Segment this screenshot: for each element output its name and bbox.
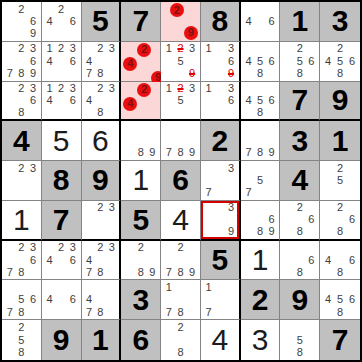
cell-r8c9[interactable]: 4568 (320, 280, 360, 320)
cell-r6c6[interactable]: 39 (201, 201, 241, 241)
cell-r8c4[interactable]: 3 (121, 280, 161, 320)
candidate-grid: 23478 (82, 42, 120, 81)
cell-r5c8[interactable]: 4 (280, 161, 320, 201)
cell-r5c4[interactable]: 1 (121, 161, 161, 201)
candidate-mark: 2 (135, 242, 147, 254)
given-digit: 1 (92, 325, 109, 355)
candidate-mark: 8 (294, 67, 306, 79)
candidate-mark: 8 (334, 67, 346, 79)
given-digit: 3 (291, 126, 308, 156)
candidate-mark: 9 (27, 67, 39, 79)
cell-r3c6[interactable]: 136 (201, 82, 241, 122)
candidate-mark: 2 (55, 3, 67, 15)
candidate-grid: 236789 (2, 42, 41, 81)
candidate-mark: 1 (163, 43, 175, 55)
candidate-grid: 46 (241, 2, 280, 41)
cell-r2c5[interactable]: 13529 (161, 42, 201, 82)
candidate-mark: 8 (254, 106, 266, 118)
cell-r6c7[interactable]: 689 (241, 201, 281, 241)
candidate-mark: 9 (147, 147, 159, 159)
candidate-mark: 9 (266, 147, 278, 159)
candidate-mark: 6 (346, 55, 358, 67)
candidate-grid: 5678 (2, 280, 41, 319)
candidate-mark: 3 (27, 43, 39, 55)
candidate-grid: 89 (121, 121, 160, 160)
candidate-mark: 4 (44, 55, 56, 67)
candidate-grid: 136 (201, 82, 239, 120)
cell-r3c7[interactable]: 4568 (241, 82, 281, 122)
highlighted-candidate: 9 (184, 26, 198, 40)
candidate-mark: 1 (203, 83, 214, 95)
candidate-mark: 1 (203, 43, 214, 55)
candidate-mark: 6 (266, 55, 278, 67)
cell-r8c6[interactable]: 17 (201, 280, 241, 320)
candidate-mark: 4 (44, 294, 56, 306)
cell-r6c9[interactable]: 268 (320, 201, 360, 241)
candidate-mark: 4 (322, 254, 334, 266)
given-digit: 7 (291, 85, 308, 115)
candidate-mark: 3 (225, 83, 236, 95)
cell-r2c8[interactable]: 2568 (280, 42, 320, 82)
candidate-grid: 246 (42, 2, 81, 41)
candidate-mark: 7 (243, 187, 255, 199)
candidate-mark: 8 (175, 266, 187, 278)
cell-r4c4[interactable]: 89 (121, 121, 161, 161)
candidate-grid: 468 (320, 241, 360, 280)
given-digit: 5 (211, 245, 228, 275)
candidate-mark: 5 (16, 294, 28, 306)
user-digit: 4 (172, 205, 189, 235)
cell-r9c7[interactable]: 3 (241, 320, 281, 360)
candidate-mark: 6 (346, 294, 358, 306)
candidate-grid: 12346 (42, 42, 81, 81)
candidate-mark: 4 (322, 55, 334, 67)
candidate-grid: 789 (241, 121, 280, 160)
candidate-mark: 5 (254, 55, 266, 67)
cell-r2c2[interactable]: 12346 (42, 42, 82, 82)
candidate-mark: 8 (135, 266, 147, 278)
cell-r4c3[interactable]: 6 (82, 121, 122, 161)
cell-r9c2[interactable]: 9 (42, 320, 82, 360)
candidate-mark: 4 (84, 294, 95, 306)
candidate-mark: 2 (95, 43, 106, 55)
candidate-mark: 3 (67, 242, 79, 254)
candidate-mark: 3 (186, 43, 198, 55)
candidate-grid: 46 (42, 280, 81, 319)
cell-r6c2[interactable]: 7 (42, 201, 82, 241)
candidate-mark: 9 (266, 226, 278, 238)
cell-r7c9[interactable]: 468 (320, 241, 360, 281)
candidate-mark: 8 (95, 306, 106, 318)
cell-r1c6[interactable]: 8 (201, 2, 241, 42)
candidate-mark: 7 (243, 147, 255, 159)
candidate-mark: 8 (175, 147, 187, 159)
candidate-mark: 8 (16, 67, 28, 79)
given-digit: 9 (332, 85, 349, 115)
candidate-mark: 6 (27, 94, 39, 106)
cell-r7c4[interactable]: 289 (121, 241, 161, 281)
cell-r6c4[interactable]: 5 (121, 201, 161, 241)
candidate-mark: 8 (175, 306, 187, 318)
given-digit: 6 (132, 325, 149, 355)
given-digit: 4 (291, 165, 308, 195)
candidate-mark: 7 (203, 306, 214, 318)
cell-r5c7[interactable]: 57 (241, 161, 281, 201)
candidate-mark: 3 (225, 162, 236, 174)
candidate-grid: 12346 (42, 82, 81, 120)
candidate-mark: 2 (95, 202, 106, 214)
cell-r1c5[interactable]: 29 (161, 2, 201, 42)
cell-r3c3[interactable]: 2348 (82, 82, 122, 122)
candidate-mark: 2 (95, 242, 106, 254)
candidate-mark: 8 (294, 346, 306, 359)
candidate-grid: 39 (201, 201, 239, 239)
eliminated-candidate: 2 (175, 83, 187, 95)
candidate-mark: 6 (67, 254, 79, 266)
candidate-mark: 8 (95, 67, 106, 79)
highlighted-candidate: 2 (137, 83, 151, 97)
candidate-mark: 4 (243, 94, 255, 106)
candidate-mark: 2 (294, 43, 306, 55)
candidate-mark: 2 (55, 43, 67, 55)
candidate-mark: 6 (306, 55, 318, 67)
candidate-mark: 1 (203, 281, 214, 293)
candidate-grid: 23678 (2, 241, 41, 280)
user-digit: 1 (252, 245, 269, 275)
candidate-mark: 6 (27, 254, 39, 266)
cell-r5c6[interactable]: 37 (201, 161, 241, 201)
cell-r7c2[interactable]: 2346 (42, 241, 82, 281)
candidate-mark: 5 (175, 94, 187, 106)
candidate-mark: 3 (225, 202, 236, 214)
given-digit: 9 (53, 325, 70, 355)
candidate-mark: 4 (84, 55, 95, 67)
candidate-mark: 4 (322, 294, 334, 306)
candidate-mark: 9 (27, 28, 39, 40)
candidate-mark: 2 (294, 202, 306, 214)
cell-r7c3[interactable]: 23478 (82, 241, 122, 281)
cell-r8c7[interactable]: 2 (241, 280, 281, 320)
highlighted-candidate: 4 (123, 57, 137, 71)
given-digit: 9 (291, 285, 308, 315)
cell-r9c5[interactable]: 28 (161, 320, 201, 360)
cell-r2c3[interactable]: 23478 (82, 42, 122, 82)
user-digit: 3 (252, 325, 269, 355)
user-digit: 1 (13, 205, 30, 235)
candidate-mark: 7 (4, 306, 16, 318)
candidate-mark: 8 (294, 266, 306, 278)
candidate-grid: 13529 (161, 42, 200, 81)
candidate-grid: 2346 (42, 241, 81, 280)
cell-r4c1[interactable]: 4 (2, 121, 42, 161)
candidate-mark: 3 (186, 83, 198, 95)
candidate-grid: 689 (241, 201, 280, 239)
candidate-mark: 1 (163, 281, 175, 293)
given-digit: 3 (332, 6, 349, 36)
candidate-mark: 2 (16, 321, 28, 334)
candidate-grid: 268 (280, 201, 319, 239)
highlighted-candidate: 4 (123, 97, 137, 111)
candidate-mark: 5 (294, 334, 306, 347)
candidate-mark: 1 (44, 43, 56, 55)
candidate-mark: 7 (4, 67, 16, 79)
candidate-mark: 6 (225, 55, 236, 67)
candidate-mark: 6 (67, 55, 79, 67)
candidate-mark: 3 (67, 43, 79, 55)
candidate-mark: 8 (294, 226, 306, 238)
candidate-grid: 17 (201, 280, 239, 319)
cell-r1c2[interactable]: 246 (42, 2, 82, 42)
given-digit: 1 (291, 6, 308, 36)
candidate-mark: 3 (27, 83, 39, 95)
candidate-grid: 29 (161, 2, 200, 41)
candidate-grid: 2789 (161, 241, 200, 280)
candidate-mark: 4 (44, 94, 56, 106)
candidate-mark: 1 (163, 83, 175, 95)
cell-r2c4[interactable]: 249 (121, 42, 161, 82)
cell-r2c9[interactable]: 24568 (320, 42, 360, 82)
cell-r9c3[interactable]: 1 (82, 320, 122, 360)
candidate-grid: 789 (161, 121, 200, 160)
highlighted-candidate: 2 (170, 3, 184, 17)
candidate-grid: 4568 (241, 42, 280, 81)
candidate-mark: 3 (106, 202, 117, 214)
given-digit: 3 (132, 285, 149, 315)
given-digit: 6 (172, 165, 189, 195)
candidate-mark: 7 (84, 266, 95, 278)
candidate-mark: 4 (84, 254, 95, 266)
candidate-mark: 6 (27, 15, 39, 27)
candidate-mark: 6 (67, 294, 79, 306)
cell-r7c1[interactable]: 23678 (2, 241, 42, 281)
given-digit: 1 (332, 126, 349, 156)
candidate-grid: 2368 (2, 82, 41, 120)
candidate-mark: 4 (243, 55, 255, 67)
candidate-mark: 2 (16, 83, 28, 95)
candidate-mark: 8 (135, 147, 147, 159)
cell-r8c2[interactable]: 46 (42, 280, 82, 320)
cell-r9c9[interactable]: 7 (320, 320, 360, 360)
cell-r7c8[interactable]: 68 (280, 241, 320, 281)
cell-r3c1[interactable]: 2368 (2, 82, 42, 122)
eliminated-candidate: 9 (186, 67, 198, 79)
cell-r4c7[interactable]: 789 (241, 121, 281, 161)
cell-r7c6[interactable]: 5 (201, 241, 241, 281)
user-digit: 5 (53, 126, 70, 156)
candidate-grid: 289 (121, 241, 160, 280)
candidate-mark: 2 (95, 83, 106, 95)
candidate-grid: 4568 (241, 82, 280, 120)
sudoku-board: 2692465729846132367891234623478249135291… (0, 0, 362, 362)
cell-r3c5[interactable]: 1352 (161, 82, 201, 122)
candidate-mark: 7 (163, 306, 175, 318)
cell-r6c1[interactable]: 1 (2, 201, 42, 241)
candidate-mark: 5 (334, 174, 346, 186)
given-digit: 7 (332, 325, 349, 355)
candidate-mark: 3 (27, 162, 39, 174)
cell-r6c3[interactable]: 23 (82, 201, 122, 241)
candidate-mark: 9 (186, 147, 198, 159)
eliminated-candidate: 2 (175, 43, 187, 55)
candidate-mark: 9 (147, 266, 159, 278)
cell-r1c7[interactable]: 46 (241, 2, 281, 42)
cell-r4c8[interactable]: 3 (280, 121, 320, 161)
candidate-grid: 4568 (320, 280, 360, 319)
cell-r4c5[interactable]: 789 (161, 121, 201, 161)
candidate-mark: 7 (84, 306, 95, 318)
cell-r8c3[interactable]: 478 (82, 280, 122, 320)
candidate-mark: 2 (175, 321, 187, 334)
cell-r5c1[interactable]: 23 (2, 161, 42, 201)
candidate-grid: 24568 (320, 42, 360, 81)
candidate-mark: 7 (4, 266, 16, 278)
candidate-mark: 2 (16, 43, 28, 55)
given-digit: 2 (252, 285, 269, 315)
candidate-mark: 4 (84, 94, 95, 106)
cell-r5c5[interactable]: 6 (161, 161, 201, 201)
given-digit: 2 (211, 126, 228, 156)
candidate-mark: 1 (44, 83, 56, 95)
candidate-mark: 6 (67, 15, 79, 27)
candidate-mark: 2 (55, 83, 67, 95)
cell-r9c1[interactable]: 258 (2, 320, 42, 360)
cell-r2c1[interactable]: 236789 (2, 42, 42, 82)
candidate-grid: 258 (2, 320, 41, 360)
candidate-mark: 2 (55, 242, 67, 254)
cell-r8c5[interactable]: 178 (161, 280, 201, 320)
cell-r2c7[interactable]: 4568 (241, 42, 281, 82)
cell-r1c1[interactable]: 269 (2, 2, 42, 42)
cell-r9c4[interactable]: 6 (121, 320, 161, 360)
user-digit: 4 (211, 325, 228, 355)
candidate-mark: 4 (44, 254, 56, 266)
sudoku-app: 2692465729846132367891234623478249135291… (0, 0, 362, 362)
cell-r7c5[interactable]: 2789 (161, 241, 201, 281)
candidate-grid: 37 (201, 161, 239, 200)
candidate-mark: 8 (16, 266, 28, 278)
candidate-mark: 2 (16, 3, 28, 15)
candidate-mark: 6 (27, 55, 39, 67)
cell-r6c8[interactable]: 268 (280, 201, 320, 241)
candidate-mark: 8 (254, 226, 266, 238)
candidate-mark: 5 (334, 294, 346, 306)
candidate-mark: 7 (203, 187, 214, 199)
candidate-mark: 8 (16, 306, 28, 318)
candidate-grid: 23 (82, 201, 120, 239)
cell-r3c9[interactable]: 9 (320, 82, 360, 122)
given-digit: 9 (92, 165, 109, 195)
cell-r1c9[interactable]: 3 (320, 2, 360, 42)
candidate-grid: 1352 (161, 82, 200, 120)
candidate-grid: 2568 (280, 42, 319, 81)
cell-r7c7[interactable]: 1 (241, 241, 281, 281)
cell-r4c9[interactable]: 1 (320, 121, 360, 161)
candidate-grid: 23478 (82, 241, 120, 280)
candidate-mark: 4 (44, 15, 56, 27)
candidate-grid: 24 (121, 82, 160, 120)
cell-r5c2[interactable]: 8 (42, 161, 82, 201)
candidate-mark: 9 (186, 266, 198, 278)
candidate-mark: 3 (106, 43, 117, 55)
candidate-mark: 6 (27, 294, 39, 306)
cell-r3c2[interactable]: 12346 (42, 82, 82, 122)
cell-r5c3[interactable]: 9 (82, 161, 122, 201)
candidate-grid: 178 (161, 280, 200, 319)
cell-r6c5[interactable]: 4 (161, 201, 201, 241)
candidate-grid: 268 (320, 201, 360, 239)
cell-r1c8[interactable]: 1 (280, 2, 320, 42)
candidate-mark: 6 (306, 254, 318, 266)
candidate-mark: 2 (16, 162, 28, 174)
candidate-mark: 5 (254, 174, 266, 186)
given-digit: 8 (211, 6, 228, 36)
candidate-mark: 7 (163, 266, 175, 278)
candidate-mark: 8 (334, 306, 346, 318)
candidate-mark: 6 (266, 94, 278, 106)
candidate-mark: 7 (84, 67, 95, 79)
candidate-mark: 6 (346, 254, 358, 266)
given-digit: 7 (53, 205, 70, 235)
candidate-mark: 7 (163, 147, 175, 159)
candidate-mark: 5 (254, 94, 266, 106)
candidate-mark: 8 (95, 266, 106, 278)
cell-r9c8[interactable]: 58 (280, 320, 320, 360)
cell-r5c9[interactable]: 25 (320, 161, 360, 201)
given-digit: 5 (132, 205, 149, 235)
cell-r8c1[interactable]: 5678 (2, 280, 42, 320)
cell-r3c8[interactable]: 7 (280, 82, 320, 122)
candidate-mark: 8 (16, 106, 28, 118)
candidate-mark: 5 (334, 55, 346, 67)
candidate-mark: 3 (67, 83, 79, 95)
cell-r4c2[interactable]: 5 (42, 121, 82, 161)
cell-r1c4[interactable]: 7 (121, 2, 161, 42)
candidate-mark: 2 (175, 242, 187, 254)
candidate-mark: 6 (346, 214, 358, 226)
candidate-grid: 68 (280, 241, 319, 280)
candidate-mark: 8 (16, 346, 28, 359)
candidate-mark: 6 (67, 94, 79, 106)
cell-r9c6[interactable]: 4 (201, 320, 241, 360)
candidate-mark: 5 (175, 55, 187, 67)
candidate-mark: 8 (95, 106, 106, 118)
candidate-mark: 2 (334, 162, 346, 174)
candidate-grid: 28 (161, 320, 200, 360)
candidate-mark: 3 (225, 43, 236, 55)
candidate-grid: 58 (280, 320, 319, 360)
highlighted-candidate: 2 (137, 43, 151, 57)
cell-r8c8[interactable]: 9 (280, 280, 320, 320)
candidate-grid: 2348 (82, 82, 120, 120)
cell-r2c6[interactable]: 1369 (201, 42, 241, 82)
candidate-grid: 25 (320, 161, 360, 200)
cell-r3c4[interactable]: 24 (121, 82, 161, 122)
candidate-mark: 8 (334, 226, 346, 238)
candidate-grid: 249 (121, 42, 160, 81)
candidate-grid: 23 (2, 161, 41, 200)
candidate-grid: 478 (82, 280, 120, 319)
candidate-grid: 57 (241, 161, 280, 200)
candidate-mark: 6 (266, 15, 278, 27)
candidate-mark: 6 (266, 214, 278, 226)
candidate-mark: 6 (225, 94, 236, 106)
given-digit: 4 (13, 126, 30, 156)
candidate-mark: 2 (334, 43, 346, 55)
candidate-mark: 5 (16, 334, 28, 347)
cell-r4c6[interactable]: 2 (201, 121, 241, 161)
cell-r1c3[interactable]: 5 (82, 2, 122, 42)
given-digit: 5 (92, 6, 109, 36)
